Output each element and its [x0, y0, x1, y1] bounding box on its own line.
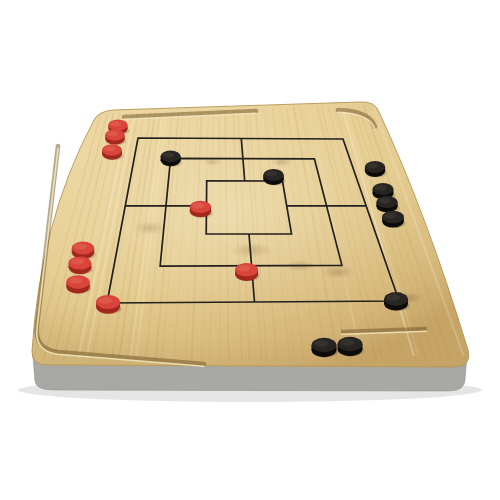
morris-board — [0, 0, 500, 500]
product-photo — [0, 0, 500, 500]
